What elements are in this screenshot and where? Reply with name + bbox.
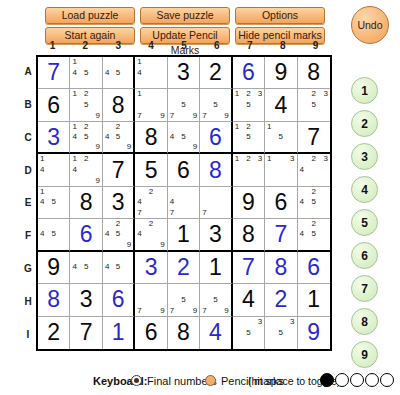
cell-F4[interactable]: 249 [135, 219, 167, 251]
cell-C4[interactable]: 8 [135, 122, 167, 154]
cell-C3[interactable]: 2459 [103, 122, 135, 154]
cell-I7[interactable]: 35 [233, 317, 265, 349]
pencil-marks: 13 [265, 154, 296, 185]
pencil-mark: 3 [285, 318, 294, 328]
cell-F3[interactable]: 2459 [103, 219, 135, 251]
pencil-mark: 4 [300, 165, 309, 175]
dot-empty [350, 373, 364, 387]
pencil-mark: 9 [91, 110, 100, 120]
row-labels: ABCDEFGHI [22, 55, 34, 351]
pencil-marks: 45 [70, 252, 101, 283]
user-number: 9 [307, 321, 320, 344]
user-number: 3 [145, 256, 158, 279]
pencil-mark: 9 [156, 110, 165, 120]
pencil-mark: 2 [114, 123, 123, 132]
pencil-mark: 7 [202, 305, 211, 315]
pencil-mark: 1 [137, 90, 146, 100]
pencil-mark: 2 [244, 155, 253, 165]
dot-empty [335, 373, 349, 387]
col-label: 1 [36, 40, 69, 52]
cell-B7[interactable]: 1235 [233, 89, 265, 121]
pencil-mark: 2 [309, 220, 318, 229]
cell-D8[interactable]: 13 [265, 154, 297, 186]
cell-H8[interactable]: 2 [265, 284, 297, 316]
cell-B2[interactable]: 1259 [70, 89, 102, 121]
pencil-marks: 1235 [233, 89, 264, 120]
pencil-mark: 9 [123, 239, 132, 248]
pencil-marks: 2459 [103, 122, 133, 152]
given-number: 3 [209, 223, 222, 246]
given-number: 6 [177, 159, 190, 182]
pencil-mark: 4 [137, 230, 146, 239]
pencil-mark: 4 [40, 230, 49, 239]
cell-H2[interactable]: 3 [70, 284, 102, 316]
cell-E7[interactable]: 9 [233, 187, 265, 219]
pencil-mark: 5 [179, 100, 188, 110]
pencil-mark: 1 [72, 90, 81, 100]
number-button-8[interactable]: 8 [351, 308, 378, 335]
pencil-mark: 1 [40, 188, 49, 198]
given-number: 7 [80, 321, 93, 344]
cell-I3[interactable]: 1 [103, 317, 135, 349]
pencil-marks: 45 [38, 219, 69, 249]
given-number: 6 [274, 191, 287, 214]
pencil-mark: 7 [202, 110, 211, 120]
cell-A1[interactable]: 7 [38, 57, 70, 89]
pencil-mark: 4 [300, 198, 309, 208]
given-number: 2 [47, 321, 60, 344]
pencil-marks: 235 [298, 89, 330, 120]
cell-A5[interactable]: 3 [168, 57, 200, 89]
pencil-marks: 1249 [70, 154, 101, 185]
cell-F6[interactable]: 3 [200, 219, 232, 251]
given-number: 3 [80, 288, 93, 311]
cell-H5[interactable]: 579 [168, 284, 200, 316]
row-label: E [22, 187, 34, 220]
dot-empty [380, 373, 394, 387]
cell-I5[interactable]: 8 [168, 317, 200, 349]
sudoku-grid: 7145451432698612598179579579123542353124… [36, 55, 332, 351]
col-label: 6 [200, 40, 233, 52]
pencil-mark: 4 [40, 198, 49, 208]
user-number: 7 [242, 256, 255, 279]
pencil-mark: 3 [285, 155, 294, 165]
given-number: 8 [112, 94, 125, 117]
pencil-marks: 45 [103, 252, 133, 283]
cell-I2[interactable]: 7 [70, 317, 102, 349]
given-number: 3 [177, 61, 190, 84]
given-number: 9 [242, 191, 255, 214]
cell-D2[interactable]: 1249 [70, 154, 102, 186]
cell-A2[interactable]: 145 [70, 57, 102, 89]
cell-H3[interactable]: 6 [103, 284, 135, 316]
pencil-marks: 47 [168, 187, 199, 218]
cell-B8[interactable]: 4 [265, 89, 297, 121]
pencil-marks: 579 [200, 89, 230, 120]
pencil-mark: 7 [170, 110, 179, 120]
user-number: 4 [209, 321, 222, 344]
pencil-mark: 1 [72, 155, 81, 165]
pencil-marks: 12459 [70, 122, 101, 152]
pencil-mark: 4 [105, 230, 114, 239]
cell-H6[interactable]: 579 [200, 284, 232, 316]
pencil-mark: 5 [114, 262, 123, 272]
pencil-mark: 4 [72, 68, 81, 78]
number-button-3[interactable]: 3 [351, 143, 378, 170]
given-number: 8 [177, 321, 190, 344]
pencil-marks: 247 [135, 187, 166, 218]
number-button-2[interactable]: 2 [351, 110, 378, 137]
pencil-mark: 4 [170, 198, 179, 208]
status-bar: Keyboard: Final numbers Pencil marks (hi… [0, 372, 400, 392]
col-label: 9 [299, 40, 332, 52]
given-number: 6 [145, 321, 158, 344]
cell-B6[interactable]: 579 [200, 89, 232, 121]
user-number: 8 [274, 256, 287, 279]
pencil-marks: 145 [70, 57, 101, 88]
pencil-mark: 1 [267, 123, 276, 132]
cell-A9[interactable]: 8 [298, 57, 330, 89]
pencil-mark: 4 [72, 262, 81, 272]
cell-G2[interactable]: 45 [70, 252, 102, 284]
pencil-marks: 123 [233, 154, 264, 185]
pencil-mark: 9 [220, 305, 229, 315]
number-button-1[interactable]: 1 [351, 77, 378, 104]
row-label: F [22, 219, 34, 252]
pencil-mark: 5 [114, 132, 123, 141]
pencil-mark: 7 [170, 207, 179, 217]
pencil-marks: 15 [265, 122, 296, 152]
number-button-4[interactable]: 4 [351, 176, 378, 203]
user-number: 6 [112, 288, 125, 311]
pencil-marks: 234 [298, 154, 330, 185]
number-button-5[interactable]: 5 [351, 209, 378, 236]
pencil-mark: 5 [82, 132, 91, 141]
difficulty-dots [320, 373, 394, 387]
pencil-mark: 3 [253, 318, 262, 328]
pencil-mark: 4 [137, 68, 146, 78]
cell-I1[interactable]: 2 [38, 317, 70, 349]
cell-G3[interactable]: 45 [103, 252, 135, 284]
pencil-marks: 249 [135, 219, 166, 249]
row-label: H [22, 285, 34, 318]
cell-D1[interactable]: 14 [38, 154, 70, 186]
pencil-marks: 2459 [103, 219, 133, 249]
cell-E9[interactable]: 245 [298, 187, 330, 219]
pencil-mark: 7 [137, 207, 146, 217]
pencil-mark: 1 [267, 155, 276, 165]
pencil-marks: 579 [168, 89, 199, 120]
cell-F5[interactable]: 1 [168, 219, 200, 251]
pencil-mark: 2 [146, 188, 155, 198]
undo-button[interactable]: Undo [351, 6, 389, 44]
user-number: 6 [209, 126, 222, 149]
cell-B4[interactable]: 179 [135, 89, 167, 121]
user-number: 8 [47, 288, 60, 311]
cell-D4[interactable]: 5 [135, 154, 167, 186]
row-label: A [22, 55, 34, 88]
pencil-mark: 7 [170, 305, 179, 315]
pencil-mark: 4 [72, 165, 81, 175]
user-number: 8 [209, 159, 222, 182]
pencil-mark: 9 [91, 142, 100, 151]
save-puzzle-button[interactable]: Save puzzle [140, 7, 230, 24]
cell-C7[interactable]: 125 [233, 122, 265, 154]
cell-F1[interactable]: 45 [38, 219, 70, 251]
col-label: 2 [69, 40, 102, 52]
pencil-mark: 5 [114, 230, 123, 239]
col-label: 7 [233, 40, 266, 52]
pencil-mark: 5 [49, 198, 58, 208]
cell-G5[interactable]: 2 [168, 252, 200, 284]
cell-I8[interactable]: 35 [265, 317, 297, 349]
pencil-marks: 35 [233, 317, 264, 349]
cell-E3[interactable]: 3 [103, 187, 135, 219]
pencil-marks: 145 [38, 187, 69, 218]
row-label: C [22, 121, 34, 154]
pencil-mark: 2 [82, 155, 91, 165]
pencil-mark: 7 [137, 110, 146, 120]
pencil-mark: 5 [244, 328, 253, 338]
pencil-mark: 5 [211, 100, 220, 110]
pencil-marks: 79 [135, 284, 166, 315]
cell-E6[interactable]: 7 [200, 187, 232, 219]
cell-C9[interactable]: 7 [298, 122, 330, 154]
pencil-mark: 5 [276, 328, 285, 338]
cell-G8[interactable]: 8 [265, 252, 297, 284]
cell-F2[interactable]: 6 [70, 219, 102, 251]
pencil-mark: 2 [244, 123, 253, 132]
pencil-marks: 245 [298, 187, 330, 218]
number-button-6[interactable]: 6 [351, 242, 378, 269]
pencil-mark: 1 [235, 155, 244, 165]
pencil-marks: 579 [168, 284, 199, 315]
cell-F7[interactable]: 8 [233, 219, 265, 251]
cell-D3[interactable]: 7 [103, 154, 135, 186]
cell-F8[interactable]: 7 [265, 219, 297, 251]
cell-G9[interactable]: 6 [298, 252, 330, 284]
row-label: B [22, 88, 34, 121]
given-number: 9 [47, 256, 60, 279]
given-number: 4 [242, 288, 255, 311]
pencil-mark: 5 [179, 132, 188, 141]
pencil-mark: 9 [123, 142, 132, 151]
col-label: 3 [102, 40, 135, 52]
pencil-marks: 14 [38, 154, 69, 185]
pencil-mark: 9 [188, 142, 197, 151]
pencil-mark: 5 [309, 230, 318, 239]
cell-E2[interactable]: 8 [70, 187, 102, 219]
col-label: 4 [135, 40, 168, 52]
pencil-mark: 5 [309, 198, 318, 208]
cell-H9[interactable]: 1 [298, 284, 330, 316]
pencil-marks: 579 [200, 284, 230, 315]
pencil-marks: 125 [233, 122, 264, 152]
pencil-mark: 2 [82, 123, 91, 132]
cell-B3[interactable]: 8 [103, 89, 135, 121]
pencil-mark: 5 [82, 262, 91, 272]
cell-E8[interactable]: 6 [265, 187, 297, 219]
cell-E5[interactable]: 47 [168, 187, 200, 219]
pencil-mark: 5 [244, 100, 253, 110]
user-number: 6 [242, 61, 255, 84]
given-number: 7 [307, 126, 320, 149]
cell-E1[interactable]: 145 [38, 187, 70, 219]
pencil-mark: 2 [82, 90, 91, 100]
given-number: 1 [209, 256, 222, 279]
pencil-marks: 7 [200, 187, 230, 218]
cell-D5[interactable]: 6 [168, 154, 200, 186]
pencil-marks: 1259 [70, 89, 101, 120]
cell-G6[interactable]: 1 [200, 252, 232, 284]
options-button[interactable]: Options [235, 7, 325, 24]
pencil-mark: 1 [40, 155, 49, 165]
pencil-marks: 45 [103, 57, 133, 88]
cell-B9[interactable]: 235 [298, 89, 330, 121]
pencil-marks-radio[interactable] [205, 375, 216, 386]
pencil-mark: 5 [82, 100, 91, 110]
cell-C2[interactable]: 12459 [70, 122, 102, 154]
cell-G4[interactable]: 3 [135, 252, 167, 284]
pencil-marks: 14 [135, 57, 166, 88]
pencil-marks: 35 [265, 317, 296, 349]
pencil-mark: 5 [211, 295, 220, 305]
pencil-mark: 1 [72, 58, 81, 68]
row-label: G [22, 252, 34, 285]
given-number: 8 [242, 223, 255, 246]
cell-A3[interactable]: 45 [103, 57, 135, 89]
pencil-mark: 1 [235, 90, 244, 100]
cell-C8[interactable]: 15 [265, 122, 297, 154]
pencil-mark: 9 [91, 175, 100, 185]
cell-D7[interactable]: 123 [233, 154, 265, 186]
user-number: 1 [112, 321, 125, 344]
column-labels: 123456789 [36, 40, 332, 52]
user-number: 2 [177, 256, 190, 279]
pencil-mark: 4 [105, 132, 114, 141]
cell-G7[interactable]: 7 [233, 252, 265, 284]
user-number: 2 [274, 288, 287, 311]
pencil-mark: 5 [82, 68, 91, 78]
pencil-mark: 9 [156, 305, 165, 315]
user-number: 7 [274, 223, 287, 246]
cell-D6[interactable]: 8 [200, 154, 232, 186]
number-button-7[interactable]: 7 [351, 275, 378, 302]
cell-I9[interactable]: 9 [298, 317, 330, 349]
pencil-mark: 2 [146, 220, 155, 229]
pencil-mark: 9 [156, 239, 165, 248]
cell-G1[interactable]: 9 [38, 252, 70, 284]
given-number: 7 [112, 159, 125, 182]
given-number: 5 [145, 159, 158, 182]
user-number: 6 [307, 256, 320, 279]
given-number: 1 [177, 223, 190, 246]
cell-C5[interactable]: 459 [168, 122, 200, 154]
pencil-marks: 459 [168, 122, 199, 152]
given-number: 1 [307, 288, 320, 311]
cell-E4[interactable]: 247 [135, 187, 167, 219]
user-number: 6 [80, 223, 93, 246]
col-label: 8 [266, 40, 299, 52]
pencil-mark: 5 [244, 132, 253, 141]
pencil-mark: 5 [276, 132, 285, 141]
dot-filled [320, 373, 334, 387]
pencil-mark: 5 [179, 295, 188, 305]
pencil-mark: 1 [137, 58, 146, 68]
given-number: 9 [274, 61, 287, 84]
pencil-mark: 3 [319, 90, 328, 100]
cell-A4[interactable]: 14 [135, 57, 167, 89]
pencil-mark: 1 [72, 123, 81, 132]
pencil-mark: 5 [114, 68, 123, 78]
cell-I4[interactable]: 6 [135, 317, 167, 349]
pencil-mark: 2 [244, 90, 253, 100]
given-number: 8 [307, 61, 320, 84]
load-puzzle-button[interactable]: Load puzzle [45, 7, 135, 24]
cell-D9[interactable]: 234 [298, 154, 330, 186]
user-number: 7 [47, 61, 60, 84]
row-label: D [22, 154, 34, 187]
pencil-mark: 9 [220, 110, 229, 120]
cell-H4[interactable]: 79 [135, 284, 167, 316]
pencil-mark: 3 [253, 90, 262, 100]
pencil-mark: 4 [300, 230, 309, 239]
pencil-mark: 2 [309, 188, 318, 198]
given-number: 6 [47, 94, 60, 117]
pencil-mark: 2 [309, 90, 318, 100]
cell-B5[interactable]: 579 [168, 89, 200, 121]
pencil-mark: 9 [188, 305, 197, 315]
pencil-mark: 4 [170, 132, 179, 141]
cell-H7[interactable]: 4 [233, 284, 265, 316]
given-number: 8 [80, 191, 93, 214]
cell-A6[interactable]: 2 [200, 57, 232, 89]
pencil-mark: 1 [235, 123, 244, 132]
cell-C1[interactable]: 3 [38, 122, 70, 154]
col-label: 5 [168, 40, 201, 52]
pencil-mark: 4 [105, 68, 114, 78]
given-number: 4 [274, 94, 287, 117]
pencil-marks: 179 [135, 89, 166, 120]
pencil-mark: 7 [202, 207, 211, 217]
pencil-mark: 2 [309, 155, 318, 165]
user-number: 3 [47, 126, 60, 149]
pencil-marks: 245 [298, 219, 330, 249]
given-number: 3 [112, 191, 125, 214]
sudoku-app: Load puzzle Save puzzle Options Start ag… [0, 0, 400, 395]
given-number: 2 [209, 61, 222, 84]
cell-C6[interactable]: 6 [200, 122, 232, 154]
pencil-mark: 3 [253, 155, 262, 165]
pencil-mark: 9 [188, 110, 197, 120]
number-button-9[interactable]: 9 [351, 341, 378, 368]
cell-I6[interactable]: 4 [200, 317, 232, 349]
cell-B1[interactable]: 6 [38, 89, 70, 121]
row-label: I [22, 318, 34, 351]
pencil-mark: 5 [49, 230, 58, 239]
pencil-mark: 4 [72, 132, 81, 141]
cell-H1[interactable]: 8 [38, 284, 70, 316]
pencil-mark: 3 [319, 155, 328, 165]
cell-A8[interactable]: 9 [265, 57, 297, 89]
cell-A7[interactable]: 6 [233, 57, 265, 89]
pencil-mark: 2 [114, 220, 123, 229]
final-numbers-radio[interactable] [131, 375, 142, 386]
pencil-mark: 5 [309, 100, 318, 110]
pencil-mark: 7 [137, 305, 146, 315]
given-number: 8 [145, 126, 158, 149]
cell-F9[interactable]: 245 [298, 219, 330, 251]
